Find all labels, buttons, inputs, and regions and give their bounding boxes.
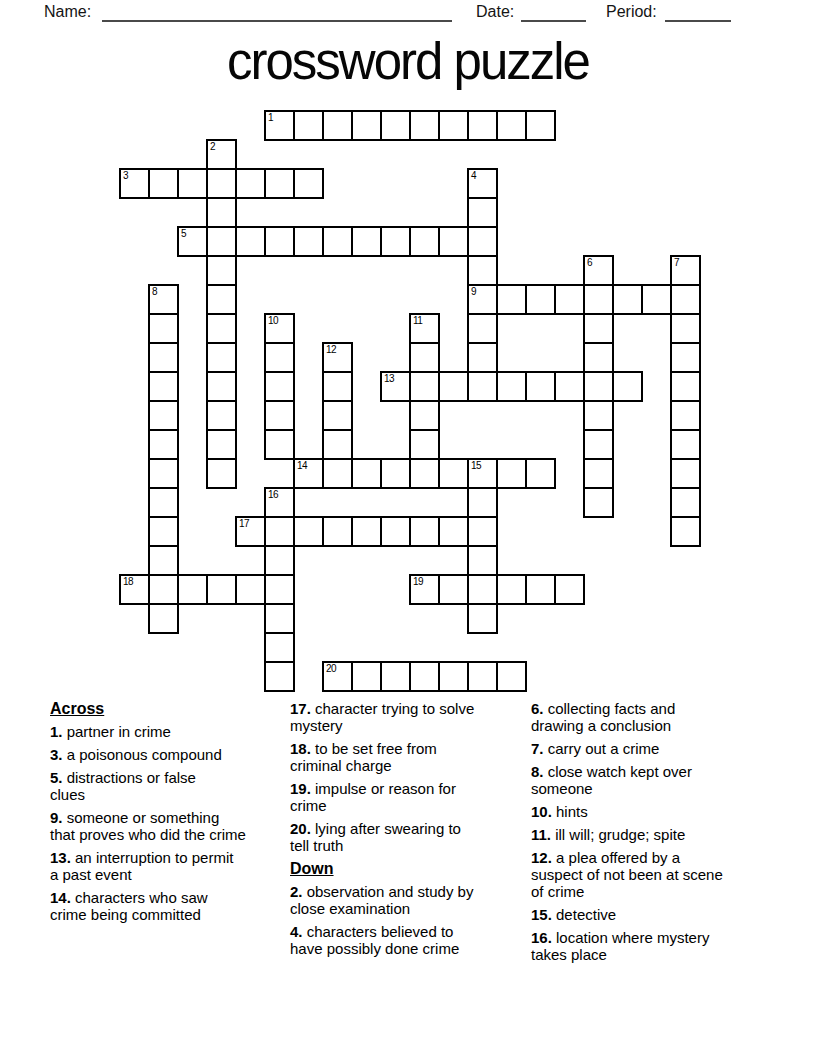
grid-cell-r10c10[interactable]: [409, 400, 440, 431]
grid-cell-r16c14[interactable]: [525, 574, 556, 605]
grid-cell-r9c10[interactable]: [409, 371, 440, 402]
page-title: crossword puzzle: [0, 36, 816, 87]
cell-number-11: 11: [413, 315, 422, 326]
clue-10: 10. hints: [531, 803, 769, 820]
grid-cell-r9c7[interactable]: [322, 371, 353, 402]
cell-number-18: 18: [123, 576, 133, 587]
grid-cell-r11c10[interactable]: [409, 429, 440, 460]
cell-number-15: 15: [471, 460, 481, 471]
cell-number-10: 10: [268, 315, 278, 326]
grid-cell-r9c13[interactable]: [496, 371, 527, 402]
clue-number: 4.: [290, 923, 303, 940]
grid-cell-r12c7[interactable]: [322, 458, 353, 489]
grid-cell-r2c6[interactable]: [293, 168, 324, 199]
grid-cell-r16c5[interactable]: [264, 574, 295, 605]
cell-number-12: 12: [326, 344, 336, 355]
clue-18: 18. to be set free from criminal charge: [290, 740, 532, 774]
clue-text: someone or something that proves who did…: [50, 809, 246, 843]
cell-number-19: 19: [413, 576, 423, 587]
grid-cell-r12c3[interactable]: [206, 458, 237, 489]
clue-15: 15. detective: [531, 906, 769, 923]
grid-cell-r2c12[interactable]: 4: [467, 168, 498, 199]
grid-cell-r4c5[interactable]: [264, 226, 295, 257]
grid-cell-r13c1[interactable]: [148, 487, 179, 518]
grid-cell-r4c2[interactable]: 5: [177, 226, 208, 257]
grid-cell-r19c13[interactable]: [496, 661, 527, 692]
grid-cell-r9c15[interactable]: [554, 371, 585, 402]
grid-cell-r16c2[interactable]: [177, 574, 208, 605]
grid-cell-r10c16[interactable]: [583, 400, 614, 431]
grid-cell-r0c6[interactable]: [293, 110, 324, 141]
clues-column-across: Across1. partner in crime3. a poisonous …: [50, 700, 282, 929]
grid-cell-r0c14[interactable]: [525, 110, 556, 141]
cell-number-4: 4: [471, 170, 476, 181]
grid-cell-r2c5[interactable]: [264, 168, 295, 199]
clue-text: ill will; grudge; spite: [551, 826, 685, 843]
grid-cell-r12c16[interactable]: [583, 458, 614, 489]
clue-number: 17.: [290, 700, 311, 717]
clue-number: 15.: [531, 906, 552, 923]
clue-13: 13. an interruption to permit a past eve…: [50, 849, 282, 883]
grid-cell-r2c4[interactable]: [235, 168, 266, 199]
clue-number: 3.: [50, 746, 63, 763]
grid-cell-r17c5[interactable]: [264, 603, 295, 634]
grid-cell-r0c5[interactable]: 1: [264, 110, 295, 141]
clue-20: 20. lying after swearing to tell truth: [290, 820, 532, 854]
grid-cell-r12c10[interactable]: [409, 458, 440, 489]
grid-cell-r8c3[interactable]: [206, 342, 237, 373]
clue-12: 12. a plea offered by a suspect of not b…: [531, 849, 769, 900]
grid-cell-r11c1[interactable]: [148, 429, 179, 460]
date-label: Date:: [476, 3, 514, 21]
clue-text: a poisonous compound: [63, 746, 222, 763]
grid-cell-r4c10[interactable]: [409, 226, 440, 257]
grid-cell-r19c12[interactable]: [467, 661, 498, 692]
cell-number-3: 3: [123, 170, 128, 181]
grid-cell-r16c12[interactable]: [467, 574, 498, 605]
clue-14: 14. characters who saw crime being commi…: [50, 889, 282, 923]
grid-cell-r4c3[interactable]: [206, 226, 237, 257]
grid-cell-r12c8[interactable]: [351, 458, 382, 489]
clue-5: 5. distractions or false clues: [50, 769, 282, 803]
grid-cell-r11c3[interactable]: [206, 429, 237, 460]
grid-cell-r9c11[interactable]: [438, 371, 469, 402]
grid-cell-r2c3[interactable]: [206, 168, 237, 199]
grid-cell-r4c12[interactable]: [467, 226, 498, 257]
grid-cell-r6c19[interactable]: [670, 284, 701, 315]
grid-cell-r9c19[interactable]: [670, 371, 701, 402]
grid-cell-r16c3[interactable]: [206, 574, 237, 605]
clue-number: 20.: [290, 820, 311, 837]
clues-column-middle: 17. character trying to solve mystery18.…: [290, 700, 532, 963]
grid-cell-r4c11[interactable]: [438, 226, 469, 257]
grid-cell-r12c19[interactable]: [670, 458, 701, 489]
grid-cell-r13c12[interactable]: [467, 487, 498, 518]
clue-text: impulse or reason for crime: [290, 780, 456, 814]
grid-cell-r16c13[interactable]: [496, 574, 527, 605]
grid-cell-r7c1[interactable]: [148, 313, 179, 344]
clue-2: 2. observation and study by close examin…: [290, 883, 532, 917]
grid-cell-r14c4[interactable]: 17: [235, 516, 266, 547]
clue-text: characters believed to have possibly don…: [290, 923, 459, 957]
clue-number: 9.: [50, 809, 63, 826]
grid-cell-r2c0[interactable]: 3: [119, 168, 150, 199]
grid-cell-r10c19[interactable]: [670, 400, 701, 431]
clue-text: carry out a crime: [544, 740, 660, 757]
grid-cell-r4c6[interactable]: [293, 226, 324, 257]
cell-number-9: 9: [471, 286, 476, 297]
grid-cell-r6c13[interactable]: [496, 284, 527, 315]
grid-cell-r0c8[interactable]: [351, 110, 382, 141]
clue-text: partner in crime: [63, 723, 171, 740]
grid-cell-r17c1[interactable]: [148, 603, 179, 634]
grid-cell-r10c1[interactable]: [148, 400, 179, 431]
grid-cell-r0c11[interactable]: [438, 110, 469, 141]
grid-cell-r16c15[interactable]: [554, 574, 585, 605]
date-blank-line[interactable]: [521, 2, 586, 22]
grid-cell-r8c10[interactable]: [409, 342, 440, 373]
grid-cell-r2c1[interactable]: [148, 168, 179, 199]
clue-3: 3. a poisonous compound: [50, 746, 282, 763]
clue-number: 19.: [290, 780, 311, 797]
grid-cell-r7c3[interactable]: [206, 313, 237, 344]
cell-number-1: 1: [268, 112, 273, 123]
cell-number-7: 7: [674, 257, 679, 268]
clue-number: 6.: [531, 700, 544, 717]
grid-cell-r19c8[interactable]: [351, 661, 382, 692]
grid-cell-r3c3[interactable]: [206, 197, 237, 228]
grid-cell-r6c14[interactable]: [525, 284, 556, 315]
grid-cell-r19c9[interactable]: [380, 661, 411, 692]
grid-cell-r12c12[interactable]: 15: [467, 458, 498, 489]
clue-11: 11. ill will; grudge; spite: [531, 826, 769, 843]
grid-cell-r7c5[interactable]: 10: [264, 313, 295, 344]
crossword-grid: 1234567891011121314151617181920: [119, 110, 701, 692]
clue-7: 7. carry out a crime: [531, 740, 769, 757]
grid-cell-r0c10[interactable]: [409, 110, 440, 141]
grid-cell-r12c13[interactable]: [496, 458, 527, 489]
clue-text: character trying to solve mystery: [290, 700, 474, 734]
grid-cell-r1c3[interactable]: 2: [206, 139, 237, 170]
clue-number: 1.: [50, 723, 63, 740]
clue-text: to be set free from criminal charge: [290, 740, 437, 774]
clue-text: observation and study by close examinati…: [290, 883, 473, 917]
grid-cell-r9c3[interactable]: [206, 371, 237, 402]
clues-column-down: 6. collecting facts and drawing a conclu…: [531, 700, 769, 969]
grid-cell-r5c16[interactable]: 6: [583, 255, 614, 286]
grid-cell-r18c5[interactable]: [264, 632, 295, 663]
grid-cell-r8c1[interactable]: [148, 342, 179, 373]
grid-cell-r17c12[interactable]: [467, 603, 498, 634]
grid-cell-r9c1[interactable]: [148, 371, 179, 402]
grid-cell-r0c7[interactable]: [322, 110, 353, 141]
grid-cell-r6c12[interactable]: 9: [467, 284, 498, 315]
grid-cell-r16c4[interactable]: [235, 574, 266, 605]
clue-number: 11.: [531, 826, 551, 843]
clue-text: close watch kept over someone: [531, 763, 692, 797]
clue-text: distractions or false clues: [50, 769, 196, 803]
cell-number-20: 20: [326, 663, 336, 674]
grid-cell-r8c16[interactable]: [583, 342, 614, 373]
grid-cell-r12c11[interactable]: [438, 458, 469, 489]
grid-cell-r14c8[interactable]: [351, 516, 382, 547]
clue-number: 7.: [531, 740, 544, 757]
clue-6: 6. collecting facts and drawing a conclu…: [531, 700, 769, 734]
grid-cell-r9c12[interactable]: [467, 371, 498, 402]
grid-cell-r6c3[interactable]: [206, 284, 237, 315]
grid-cell-r19c7[interactable]: 20: [322, 661, 353, 692]
grid-cell-r13c16[interactable]: [583, 487, 614, 518]
period-label: Period:: [606, 3, 657, 21]
clue-text: an interruption to permit a past event: [50, 849, 233, 883]
grid-cell-r6c17[interactable]: [612, 284, 643, 315]
clue-text: characters who saw crime being committed: [50, 889, 208, 923]
grid-cell-r11c19[interactable]: [670, 429, 701, 460]
grid-cell-r14c11[interactable]: [438, 516, 469, 547]
grid-cell-r3c12[interactable]: [467, 197, 498, 228]
clue-number: 12.: [531, 849, 552, 866]
clue-number: 8.: [531, 763, 544, 780]
grid-cell-r14c12[interactable]: [467, 516, 498, 547]
grid-cell-r16c11[interactable]: [438, 574, 469, 605]
grid-cell-r2c2[interactable]: [177, 168, 208, 199]
clue-16: 16. location where mystery takes place: [531, 929, 769, 963]
grid-cell-r9c9[interactable]: 13: [380, 371, 411, 402]
grid-cell-r9c5[interactable]: [264, 371, 295, 402]
clue-text: detective: [552, 906, 616, 923]
cell-number-6: 6: [587, 257, 592, 268]
grid-cell-r0c9[interactable]: [380, 110, 411, 141]
grid-cell-r13c5[interactable]: 16: [264, 487, 295, 518]
grid-cell-r15c1[interactable]: [148, 545, 179, 576]
clue-number: 16.: [531, 929, 552, 946]
grid-cell-r6c18[interactable]: [641, 284, 672, 315]
grid-cell-r8c12[interactable]: [467, 342, 498, 373]
grid-cell-r11c16[interactable]: [583, 429, 614, 460]
grid-cell-r12c6[interactable]: 14: [293, 458, 324, 489]
grid-cell-r14c1[interactable]: [148, 516, 179, 547]
cell-number-13: 13: [384, 373, 394, 384]
clue-text: hints: [552, 803, 588, 820]
grid-cell-r15c5[interactable]: [264, 545, 295, 576]
grid-cell-r14c19[interactable]: [670, 516, 701, 547]
cell-number-2: 2: [210, 141, 215, 152]
clue-number: 10.: [531, 803, 552, 820]
grid-cell-r5c12[interactable]: [467, 255, 498, 286]
grid-cell-r7c19[interactable]: [670, 313, 701, 344]
cell-number-17: 17: [239, 518, 249, 529]
grid-cell-r13c19[interactable]: [670, 487, 701, 518]
grid-cell-r10c7[interactable]: [322, 400, 353, 431]
cell-number-5: 5: [181, 228, 186, 239]
clue-19: 19. impulse or reason for crime: [290, 780, 532, 814]
grid-cell-r4c8[interactable]: [351, 226, 382, 257]
grid-cell-r9c16[interactable]: [583, 371, 614, 402]
grid-cell-r5c3[interactable]: [206, 255, 237, 286]
clue-number: 5.: [50, 769, 63, 786]
cell-number-16: 16: [268, 489, 278, 500]
grid-cell-r9c14[interactable]: [525, 371, 556, 402]
cell-number-8: 8: [152, 286, 157, 297]
grid-cell-r11c5[interactable]: [264, 429, 295, 460]
grid-cell-r7c16[interactable]: [583, 313, 614, 344]
grid-cell-r15c12[interactable]: [467, 545, 498, 576]
grid-cell-r12c1[interactable]: [148, 458, 179, 489]
period-blank-line[interactable]: [665, 2, 731, 22]
grid-cell-r11c7[interactable]: [322, 429, 353, 460]
grid-cell-r6c1[interactable]: 8: [148, 284, 179, 315]
clue-list-header-across: Across: [50, 700, 282, 717]
clue-list-header-down: Down: [290, 860, 532, 877]
clue-text: collecting facts and drawing a conclusio…: [531, 700, 675, 734]
name-label: Name:: [44, 3, 91, 21]
grid-cell-r4c7[interactable]: [322, 226, 353, 257]
clue-number: 14.: [50, 889, 71, 906]
grid-cell-r10c3[interactable]: [206, 400, 237, 431]
grid-cell-r9c17[interactable]: [612, 371, 643, 402]
grid-cell-r12c9[interactable]: [380, 458, 411, 489]
grid-cell-r6c16[interactable]: [583, 284, 614, 315]
grid-cell-r10c5[interactable]: [264, 400, 295, 431]
grid-cell-r4c4[interactable]: [235, 226, 266, 257]
clue-text: location where mystery takes place: [531, 929, 709, 963]
grid-cell-r19c5[interactable]: [264, 661, 295, 692]
clue-text: a plea offered by a suspect of not been …: [531, 849, 723, 900]
grid-cell-r16c10[interactable]: 19: [409, 574, 440, 605]
clue-1: 1. partner in crime: [50, 723, 282, 740]
clue-17: 17. character trying to solve mystery: [290, 700, 532, 734]
grid-cell-r4c9[interactable]: [380, 226, 411, 257]
cell-number-14: 14: [297, 460, 307, 471]
grid-cell-r14c5[interactable]: [264, 516, 295, 547]
grid-cell-r8c7[interactable]: 12: [322, 342, 353, 373]
grid-cell-r8c19[interactable]: [670, 342, 701, 373]
clue-text: lying after swearing to tell truth: [290, 820, 461, 854]
grid-cell-r19c11[interactable]: [438, 661, 469, 692]
grid-cell-r0c12[interactable]: [467, 110, 498, 141]
grid-cell-r7c10[interactable]: 11: [409, 313, 440, 344]
clue-9: 9. someone or something that proves who …: [50, 809, 282, 843]
grid-cell-r16c0[interactable]: 18: [119, 574, 150, 605]
grid-cell-r12c14[interactable]: [525, 458, 556, 489]
clue-8: 8. close watch kept over someone: [531, 763, 769, 797]
worksheet-page: { "game": "crossword", "position": "####…: [0, 0, 816, 1056]
grid-cell-r5c19[interactable]: 7: [670, 255, 701, 286]
grid-cell-r19c10[interactable]: [409, 661, 440, 692]
grid-cell-r0c13[interactable]: [496, 110, 527, 141]
clue-4: 4. characters believed to have possibly …: [290, 923, 532, 957]
clue-number: 18.: [290, 740, 311, 757]
grid-cell-r16c1[interactable]: [148, 574, 179, 605]
grid-cell-r7c12[interactable]: [467, 313, 498, 344]
grid-cell-r6c15[interactable]: [554, 284, 585, 315]
name-blank-line[interactable]: [102, 2, 452, 22]
grid-cell-r14c10[interactable]: [409, 516, 440, 547]
grid-cell-r8c5[interactable]: [264, 342, 295, 373]
clue-number: 13.: [50, 849, 71, 866]
grid-cell-r14c7[interactable]: [322, 516, 353, 547]
grid-cell-r14c9[interactable]: [380, 516, 411, 547]
clue-number: 2.: [290, 883, 303, 900]
grid-cell-r14c6[interactable]: [293, 516, 324, 547]
